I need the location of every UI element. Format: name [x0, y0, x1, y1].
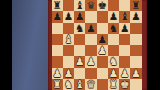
square-f5[interactable] — [108, 34, 119, 45]
square-g5[interactable] — [119, 34, 130, 45]
square-b7[interactable]: ♟ — [63, 11, 74, 22]
white-rook[interactable]: ♜ — [52, 79, 61, 90]
square-e4[interactable]: ♟ — [97, 45, 108, 56]
square-g4[interactable] — [119, 45, 130, 56]
black-pawn[interactable]: ♟ — [75, 11, 84, 22]
black-pawn[interactable]: ♟ — [109, 11, 118, 22]
square-e8[interactable]: ♚ — [97, 0, 108, 11]
white-queen[interactable]: ♛ — [86, 79, 95, 90]
white-pawn[interactable]: ♟ — [131, 68, 140, 79]
square-d7[interactable] — [85, 11, 96, 22]
white-pawn[interactable]: ♟ — [97, 45, 106, 56]
black-pawn[interactable]: ♟ — [52, 11, 61, 22]
square-d1[interactable]: ♛ — [85, 79, 96, 90]
black-king[interactable]: ♚ — [97, 0, 106, 11]
square-a1[interactable]: ♜ — [52, 79, 63, 90]
square-c5[interactable] — [74, 34, 85, 45]
video-frame: ♜♝♛♚♜♟♟♟♟♝♟♞♟♞♟♝♟♟♟♟♞♟♟♟♟♟♜♞♝♛♜♚ — [0, 0, 160, 90]
square-h1[interactable] — [130, 79, 141, 90]
white-bishop[interactable]: ♝ — [75, 79, 84, 90]
square-f3[interactable]: ♞ — [108, 56, 119, 67]
white-rook[interactable]: ♜ — [109, 79, 118, 90]
square-d5[interactable] — [85, 34, 96, 45]
square-b1[interactable]: ♞ — [63, 79, 74, 90]
square-h3[interactable] — [130, 56, 141, 67]
square-h5[interactable] — [130, 34, 141, 45]
square-c7[interactable]: ♟ — [74, 11, 85, 22]
square-h2[interactable]: ♟ — [130, 68, 141, 79]
square-b5[interactable]: ♝ — [63, 34, 74, 45]
white-bishop[interactable]: ♝ — [64, 34, 73, 45]
square-d3[interactable]: ♟ — [85, 56, 96, 67]
square-f7[interactable]: ♟ — [108, 11, 119, 22]
black-pawn[interactable]: ♟ — [64, 11, 73, 22]
white-knight[interactable]: ♞ — [64, 79, 73, 90]
black-pawn[interactable]: ♟ — [86, 23, 95, 34]
black-pawn[interactable]: ♟ — [131, 11, 140, 22]
square-c6[interactable]: ♞ — [74, 23, 85, 34]
square-g1[interactable]: ♚ — [119, 79, 130, 90]
square-e1[interactable] — [97, 79, 108, 90]
square-e7[interactable] — [97, 11, 108, 22]
square-c1[interactable]: ♝ — [74, 79, 85, 90]
square-a5[interactable] — [52, 34, 63, 45]
square-a6[interactable] — [52, 23, 63, 34]
chess-board-frame: ♜♝♛♚♜♟♟♟♟♝♟♞♟♞♟♝♟♟♟♟♞♟♟♟♟♟♜♞♝♛♜♚ — [48, 0, 147, 90]
white-pawn[interactable]: ♟ — [86, 56, 95, 67]
square-h4[interactable] — [130, 45, 141, 56]
square-f1[interactable]: ♜ — [108, 79, 119, 90]
black-queen[interactable]: ♛ — [86, 0, 95, 11]
square-a4[interactable] — [52, 45, 63, 56]
square-b3[interactable] — [63, 56, 74, 67]
white-king[interactable]: ♚ — [120, 79, 129, 90]
square-a7[interactable]: ♟ — [52, 11, 63, 22]
square-a3[interactable] — [52, 56, 63, 67]
square-c3[interactable]: ♟ — [74, 56, 85, 67]
square-f6[interactable]: ♞ — [108, 23, 119, 34]
left-panel — [12, 0, 48, 90]
black-knight[interactable]: ♞ — [109, 23, 118, 34]
black-bishop[interactable]: ♝ — [120, 11, 129, 22]
square-g3[interactable] — [119, 56, 130, 67]
square-g7[interactable]: ♝ — [119, 11, 130, 22]
white-pawn[interactable]: ♟ — [75, 56, 84, 67]
square-d8[interactable]: ♛ — [85, 0, 96, 11]
square-d6[interactable]: ♟ — [85, 23, 96, 34]
square-h7[interactable]: ♟ — [130, 11, 141, 22]
square-e3[interactable] — [97, 56, 108, 67]
chess-board[interactable]: ♜♝♛♚♜♟♟♟♟♝♟♞♟♞♟♝♟♟♟♟♞♟♟♟♟♟♜♞♝♛♜♚ — [52, 0, 142, 90]
square-b4[interactable] — [63, 45, 74, 56]
white-knight[interactable]: ♞ — [109, 56, 118, 67]
black-knight[interactable]: ♞ — [75, 23, 84, 34]
square-h6[interactable] — [130, 23, 141, 34]
square-g6[interactable]: ♟ — [119, 23, 130, 34]
square-e2[interactable] — [97, 68, 108, 79]
black-pawn[interactable]: ♟ — [120, 23, 129, 34]
